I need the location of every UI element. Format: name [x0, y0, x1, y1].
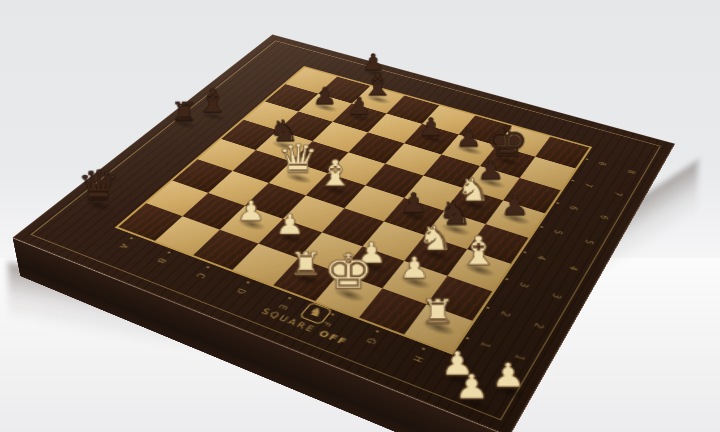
white-k-f1[interactable]: ♚: [317, 247, 381, 295]
scene: ABCDEFGH1122334455667788 ♞ SQUARE OFF ♝♟…: [0, 0, 720, 432]
white-p-g2[interactable]: ♟: [383, 253, 446, 282]
white-r-h1[interactable]: ♜: [405, 295, 471, 329]
black-p-h5[interactable]: ♟: [485, 192, 544, 219]
product-photo-stage: ABCDEFGH1122334455667788 ♞ SQUARE OFF ♝♟…: [0, 0, 720, 432]
captured-white-p-5[interactable]: ♟: [436, 370, 508, 404]
white-b-d4[interactable]: ♝: [307, 155, 364, 191]
captured-black-q-2[interactable]: ♛: [69, 165, 128, 206]
captured-black-r-1[interactable]: ♜: [158, 99, 210, 125]
white-p-d2[interactable]: ♟: [260, 211, 320, 239]
black-p-c7[interactable]: ♟: [334, 95, 385, 119]
white-b-h3[interactable]: ♝: [447, 231, 510, 271]
chess-board-3d: ABCDEFGH1122334455667788 ♞ SQUARE OFF ♝♟…: [12, 34, 674, 432]
